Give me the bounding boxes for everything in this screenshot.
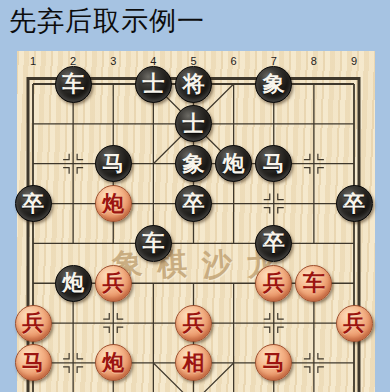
piece-black-卒[interactable]: 卒 [255,225,292,262]
piece-black-卒[interactable]: 卒 [175,185,212,222]
piece-black-士[interactable]: 士 [135,66,172,103]
piece-red-车[interactable]: 车 [295,265,332,302]
column-label-1: 1 [25,55,41,67]
piece-black-卒[interactable]: 卒 [336,185,373,222]
piece-red-兵[interactable]: 兵 [95,265,132,302]
piece-black-将[interactable]: 将 [175,66,212,103]
column-label-9: 9 [346,55,362,67]
piece-red-兵[interactable]: 兵 [336,305,373,342]
column-label-6: 6 [226,55,242,67]
watermark-char: 沙 [201,244,234,287]
piece-red-炮[interactable]: 炮 [95,344,132,381]
page-title: 先弃后取示例一 [9,5,205,37]
piece-black-象[interactable]: 象 [175,145,212,182]
piece-black-炮[interactable]: 炮 [55,265,92,302]
piece-black-车[interactable]: 车 [135,225,172,262]
piece-red-马[interactable]: 马 [15,344,52,381]
column-label-3: 3 [105,55,121,67]
xiangqi-diagram-page: 先弃后取示例一 123456789 象棋沙龙 车士将象士马象炮马卒炮卒卒车卒炮兵… [0,0,390,392]
piece-red-兵[interactable]: 兵 [175,305,212,342]
piece-black-象[interactable]: 象 [255,66,292,103]
piece-red-兵[interactable]: 兵 [255,265,292,302]
piece-black-车[interactable]: 车 [55,66,92,103]
piece-red-炮[interactable]: 炮 [95,185,132,222]
piece-black-马[interactable]: 马 [95,145,132,182]
piece-black-卒[interactable]: 卒 [15,185,52,222]
column-label-8: 8 [306,55,322,67]
piece-red-兵[interactable]: 兵 [15,305,52,342]
